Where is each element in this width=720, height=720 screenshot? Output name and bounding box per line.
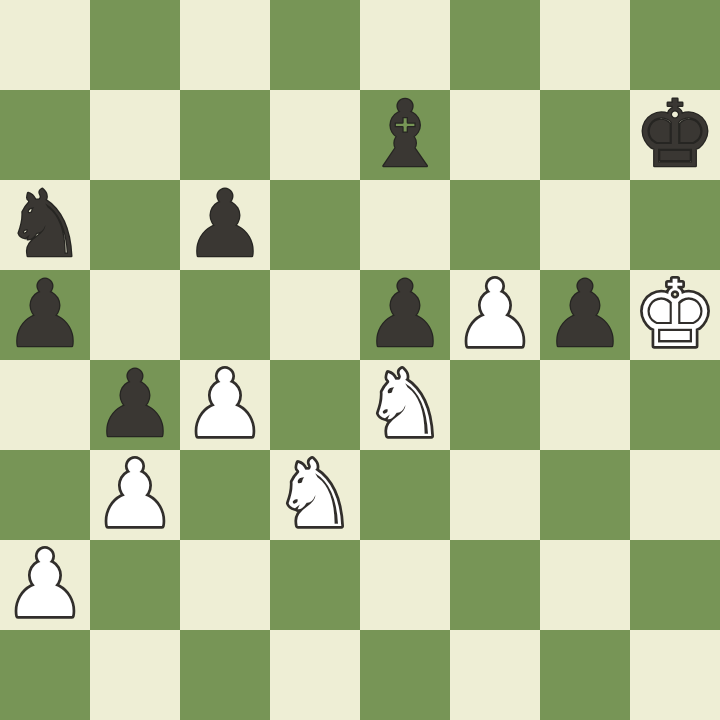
square-d7[interactable] — [270, 90, 360, 180]
square-e8[interactable] — [360, 0, 450, 90]
square-h2[interactable] — [630, 540, 720, 630]
svg-text:♚: ♚ — [634, 270, 716, 360]
square-e1[interactable] — [360, 630, 450, 720]
square-f1[interactable] — [450, 630, 540, 720]
square-f2[interactable] — [450, 540, 540, 630]
square-h4[interactable] — [630, 360, 720, 450]
square-d5[interactable] — [270, 270, 360, 360]
svg-text:♟: ♟ — [184, 360, 266, 450]
square-b5[interactable] — [90, 270, 180, 360]
white-pawn-icon: ♟ — [0, 540, 90, 630]
square-g7[interactable] — [540, 90, 630, 180]
black-bishop-icon: ♝ — [360, 90, 450, 180]
svg-text:♝: ♝ — [364, 90, 446, 180]
square-d2[interactable] — [270, 540, 360, 630]
svg-text:♟: ♟ — [544, 270, 626, 360]
square-d4[interactable] — [270, 360, 360, 450]
square-e3[interactable] — [360, 450, 450, 540]
square-e2[interactable] — [360, 540, 450, 630]
square-d1[interactable] — [270, 630, 360, 720]
square-d8[interactable] — [270, 0, 360, 90]
square-f4[interactable] — [450, 360, 540, 450]
square-c6[interactable]: ♟ — [180, 180, 270, 270]
square-a3[interactable] — [0, 450, 90, 540]
white-knight-icon: ♞ — [360, 360, 450, 450]
svg-text:♟: ♟ — [4, 270, 86, 360]
svg-text:♞: ♞ — [364, 360, 446, 450]
square-d6[interactable] — [270, 180, 360, 270]
svg-text:♚: ♚ — [634, 90, 716, 180]
square-e6[interactable] — [360, 180, 450, 270]
black-pawn-icon: ♟ — [540, 270, 630, 360]
square-a6[interactable]: ♞ — [0, 180, 90, 270]
square-f6[interactable] — [450, 180, 540, 270]
svg-text:♟: ♟ — [184, 180, 266, 270]
square-h8[interactable] — [630, 0, 720, 90]
square-h3[interactable] — [630, 450, 720, 540]
square-c3[interactable] — [180, 450, 270, 540]
white-king-icon: ♚ — [630, 270, 720, 360]
square-d3[interactable]: ♞ — [270, 450, 360, 540]
svg-text:♟: ♟ — [454, 270, 536, 360]
square-g1[interactable] — [540, 630, 630, 720]
square-c1[interactable] — [180, 630, 270, 720]
square-b4[interactable]: ♟ — [90, 360, 180, 450]
square-g2[interactable] — [540, 540, 630, 630]
white-pawn-icon: ♟ — [450, 270, 540, 360]
square-a7[interactable] — [0, 90, 90, 180]
black-pawn-icon: ♟ — [360, 270, 450, 360]
square-h7[interactable]: ♚ — [630, 90, 720, 180]
white-pawn-icon: ♟ — [90, 450, 180, 540]
square-c8[interactable] — [180, 0, 270, 90]
square-c7[interactable] — [180, 90, 270, 180]
svg-text:♞: ♞ — [4, 180, 86, 270]
svg-text:♟: ♟ — [364, 270, 446, 360]
square-f8[interactable] — [450, 0, 540, 90]
svg-text:♟: ♟ — [94, 360, 176, 450]
square-g8[interactable] — [540, 0, 630, 90]
chess-board: ♝♚♞♟♟♟♟♟♚♟♟♞♟♞♟ — [0, 0, 720, 720]
square-a8[interactable] — [0, 0, 90, 90]
square-h6[interactable] — [630, 180, 720, 270]
square-g4[interactable] — [540, 360, 630, 450]
square-e4[interactable]: ♞ — [360, 360, 450, 450]
black-knight-icon: ♞ — [0, 180, 90, 270]
white-pawn-icon: ♟ — [180, 360, 270, 450]
svg-text:♟: ♟ — [94, 450, 176, 540]
black-pawn-icon: ♟ — [180, 180, 270, 270]
square-b1[interactable] — [90, 630, 180, 720]
square-a1[interactable] — [0, 630, 90, 720]
square-b6[interactable] — [90, 180, 180, 270]
square-e5[interactable]: ♟ — [360, 270, 450, 360]
square-h5[interactable]: ♚ — [630, 270, 720, 360]
square-e7[interactable]: ♝ — [360, 90, 450, 180]
black-pawn-icon: ♟ — [0, 270, 90, 360]
square-g6[interactable] — [540, 180, 630, 270]
square-a5[interactable]: ♟ — [0, 270, 90, 360]
square-f3[interactable] — [450, 450, 540, 540]
square-a4[interactable] — [0, 360, 90, 450]
svg-text:♞: ♞ — [274, 450, 356, 540]
square-g3[interactable] — [540, 450, 630, 540]
square-c4[interactable]: ♟ — [180, 360, 270, 450]
square-g5[interactable]: ♟ — [540, 270, 630, 360]
square-f5[interactable]: ♟ — [450, 270, 540, 360]
square-b7[interactable] — [90, 90, 180, 180]
square-h1[interactable] — [630, 630, 720, 720]
white-knight-icon: ♞ — [270, 450, 360, 540]
svg-text:♟: ♟ — [4, 540, 86, 630]
square-a2[interactable]: ♟ — [0, 540, 90, 630]
square-c2[interactable] — [180, 540, 270, 630]
black-king-icon: ♚ — [630, 90, 720, 180]
square-b3[interactable]: ♟ — [90, 450, 180, 540]
black-pawn-icon: ♟ — [90, 360, 180, 450]
square-f7[interactable] — [450, 90, 540, 180]
square-b8[interactable] — [90, 0, 180, 90]
square-b2[interactable] — [90, 540, 180, 630]
square-c5[interactable] — [180, 270, 270, 360]
